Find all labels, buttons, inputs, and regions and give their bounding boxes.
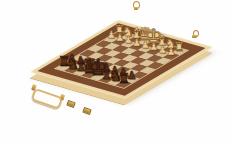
black-rook[interactable]: ♜ [118, 72, 130, 85]
brass-clasp-icon[interactable] [66, 100, 76, 108]
hinge-mount-icon [134, 7, 138, 10]
brass-clasp-icon[interactable] [82, 107, 92, 115]
handle-loop [31, 88, 64, 110]
photo-stage: ♜♞♝♛♚♝♞♜♟♟♟♟♟♟♟♟♟♟♟♟♟♟♟♟♜♞♝♛♚♝♞♜ [0, 0, 230, 142]
hinge-mount-icon [192, 35, 197, 38]
white-pawn[interactable]: ♟ [115, 32, 124, 42]
white-pawn[interactable]: ♟ [167, 47, 176, 57]
carry-handle[interactable] [28, 84, 65, 109]
